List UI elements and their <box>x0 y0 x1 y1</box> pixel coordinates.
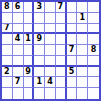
cell-r2c8[interactable]: 1 <box>77 13 88 24</box>
cell-r1c4[interactable]: 3 <box>34 2 45 13</box>
cell-r7c8[interactable] <box>77 67 88 78</box>
cell-r1c6[interactable]: 7 <box>56 2 67 13</box>
cell-r2c4[interactable] <box>34 13 45 24</box>
cell-r2c3[interactable] <box>24 13 35 24</box>
cell-r6c2[interactable] <box>13 56 24 67</box>
cell-r9c9[interactable] <box>88 88 99 99</box>
cell-r5c8[interactable] <box>77 45 88 56</box>
cell-r3c2[interactable] <box>13 24 24 35</box>
cell-r2c6[interactable] <box>56 13 67 24</box>
cell-r2c5[interactable] <box>45 13 56 24</box>
cell-r4c4[interactable]: 9 <box>34 34 45 45</box>
cell-r7c5[interactable] <box>45 67 56 78</box>
cell-r4c3[interactable]: 1 <box>24 34 35 45</box>
cell-r7c7[interactable]: 5 <box>67 67 78 78</box>
cell-r9c6[interactable] <box>56 88 67 99</box>
cell-r4c2[interactable]: 4 <box>13 34 24 45</box>
cell-r3c3[interactable] <box>24 24 35 35</box>
cell-r7c3[interactable]: 9 <box>24 67 35 78</box>
cell-r7c6[interactable] <box>56 67 67 78</box>
cell-r3c9[interactable] <box>88 24 99 35</box>
cell-r8c9[interactable] <box>88 77 99 88</box>
cell-r8c4[interactable]: 1 <box>34 77 45 88</box>
cell-r7c2[interactable] <box>13 67 24 78</box>
cell-r1c8[interactable] <box>77 2 88 13</box>
cell-r2c2[interactable] <box>13 13 24 24</box>
cell-r9c3[interactable] <box>24 88 35 99</box>
cell-r9c7[interactable] <box>67 88 78 99</box>
cell-r7c4[interactable] <box>34 67 45 78</box>
cell-r1c9[interactable] <box>88 2 99 13</box>
cell-r3c1[interactable]: 7 <box>2 24 13 35</box>
cell-r4c5[interactable] <box>45 34 56 45</box>
cell-r1c3[interactable] <box>24 2 35 13</box>
cell-r1c7[interactable] <box>67 2 78 13</box>
cell-r6c3[interactable] <box>24 56 35 67</box>
cell-r9c4[interactable] <box>34 88 45 99</box>
cell-r2c7[interactable] <box>67 13 78 24</box>
cell-r8c7[interactable] <box>67 77 78 88</box>
cell-r8c1[interactable] <box>2 77 13 88</box>
cell-r8c8[interactable] <box>77 77 88 88</box>
cell-r6c6[interactable] <box>56 56 67 67</box>
cell-r7c1[interactable]: 2 <box>2 67 13 78</box>
cell-r9c2[interactable] <box>13 88 24 99</box>
cell-r4c8[interactable] <box>77 34 88 45</box>
cell-r5c5[interactable] <box>45 45 56 56</box>
cell-r4c6[interactable] <box>56 34 67 45</box>
cell-r3c4[interactable] <box>34 24 45 35</box>
cell-r5c6[interactable] <box>56 45 67 56</box>
cell-r5c7[interactable]: 7 <box>67 45 78 56</box>
cell-r6c1[interactable] <box>2 56 13 67</box>
cell-r6c8[interactable] <box>77 56 88 67</box>
cell-r7c9[interactable] <box>88 67 99 78</box>
cell-r6c5[interactable] <box>45 56 56 67</box>
cell-r1c2[interactable]: 6 <box>13 2 24 13</box>
cell-r3c8[interactable] <box>77 24 88 35</box>
cell-r9c5[interactable] <box>45 88 56 99</box>
cell-r6c9[interactable] <box>88 56 99 67</box>
cell-r8c6[interactable] <box>56 77 67 88</box>
sudoku-board: 86371741978295714 <box>0 0 101 101</box>
cell-r6c4[interactable] <box>34 56 45 67</box>
cell-r5c9[interactable]: 8 <box>88 45 99 56</box>
cell-r3c5[interactable] <box>45 24 56 35</box>
cell-r8c5[interactable]: 4 <box>45 77 56 88</box>
cell-r4c1[interactable] <box>2 34 13 45</box>
cell-r5c4[interactable] <box>34 45 45 56</box>
cell-r1c5[interactable] <box>45 2 56 13</box>
cell-r2c9[interactable] <box>88 13 99 24</box>
cell-r5c2[interactable] <box>13 45 24 56</box>
cell-r4c9[interactable] <box>88 34 99 45</box>
cell-r5c1[interactable] <box>2 45 13 56</box>
cell-r3c6[interactable] <box>56 24 67 35</box>
cell-r9c8[interactable] <box>77 88 88 99</box>
cell-r8c3[interactable] <box>24 77 35 88</box>
cell-r9c1[interactable] <box>2 88 13 99</box>
cell-r5c3[interactable] <box>24 45 35 56</box>
cell-r6c7[interactable] <box>67 56 78 67</box>
cell-r1c1[interactable]: 8 <box>2 2 13 13</box>
cell-r3c7[interactable] <box>67 24 78 35</box>
cell-r4c7[interactable] <box>67 34 78 45</box>
cell-r8c2[interactable]: 7 <box>13 77 24 88</box>
cell-r2c1[interactable] <box>2 13 13 24</box>
